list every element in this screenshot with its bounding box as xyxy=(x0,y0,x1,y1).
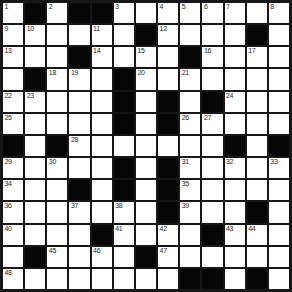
cell-r10c9[interactable]: 39 xyxy=(180,202,200,222)
cell-r6c4[interactable] xyxy=(69,114,89,134)
cell-r5c12[interactable] xyxy=(247,92,267,112)
clue-number-30: 30 xyxy=(49,158,56,167)
cell-r3c11[interactable] xyxy=(225,47,245,67)
cell-r7c10[interactable] xyxy=(202,136,222,156)
clue-number-20: 20 xyxy=(137,69,144,78)
black-cell-r13c9 xyxy=(180,269,200,289)
clue-number-9: 9 xyxy=(5,25,9,34)
cell-r3c7[interactable]: 15 xyxy=(136,47,156,67)
cell-r5c5[interactable] xyxy=(92,92,112,112)
cell-r3c13[interactable] xyxy=(269,47,289,67)
cell-r12c8[interactable]: 47 xyxy=(158,247,178,267)
clue-number-29: 29 xyxy=(5,158,12,167)
cell-r9c10[interactable] xyxy=(202,180,222,200)
cell-r12c4[interactable] xyxy=(69,247,89,267)
black-cell-r6c8 xyxy=(158,114,178,134)
cell-r13c3[interactable] xyxy=(47,269,67,289)
cell-r7c2[interactable] xyxy=(25,136,45,156)
cell-r5c11[interactable]: 24 xyxy=(225,92,245,112)
cell-r12c11[interactable] xyxy=(225,247,245,267)
cell-r3c8[interactable] xyxy=(158,47,178,67)
cell-r3c2[interactable] xyxy=(25,47,45,67)
cell-r7c4[interactable]: 28 xyxy=(69,136,89,156)
clue-number-22: 22 xyxy=(5,92,12,101)
black-cell-r8c8 xyxy=(158,158,178,178)
cell-r1c10[interactable]: 6 xyxy=(202,3,222,23)
clue-number-15: 15 xyxy=(137,47,144,56)
black-cell-r9c6 xyxy=(114,180,134,200)
black-cell-r7c13 xyxy=(269,136,289,156)
cell-r2c8[interactable]: 12 xyxy=(158,25,178,45)
clue-number-32: 32 xyxy=(226,158,233,167)
cell-r2c4[interactable] xyxy=(69,25,89,45)
black-cell-r5c10 xyxy=(202,92,222,112)
clue-number-40: 40 xyxy=(5,225,12,234)
cell-r1c1[interactable]: 1 xyxy=(3,3,23,23)
cell-r6c12[interactable] xyxy=(247,114,267,134)
clue-number-18: 18 xyxy=(49,69,56,78)
cell-r13c1[interactable]: 48 xyxy=(3,269,23,289)
cell-r11c7[interactable] xyxy=(136,225,156,245)
clue-number-26: 26 xyxy=(182,114,189,123)
cell-r11c8[interactable]: 42 xyxy=(158,225,178,245)
cell-r9c11[interactable] xyxy=(225,180,245,200)
cell-r5c2[interactable]: 23 xyxy=(25,92,45,112)
clue-number-1: 1 xyxy=(5,3,9,12)
clue-number-10: 10 xyxy=(27,25,34,34)
cell-r2c6[interactable] xyxy=(114,25,134,45)
cell-r11c1[interactable]: 40 xyxy=(3,225,23,245)
clue-number-35: 35 xyxy=(182,180,189,189)
cell-r7c7[interactable] xyxy=(136,136,156,156)
cell-r12c6[interactable] xyxy=(114,247,134,267)
cell-r6c3[interactable] xyxy=(47,114,67,134)
cell-r6c9[interactable]: 26 xyxy=(180,114,200,134)
cell-r6c7[interactable] xyxy=(136,114,156,134)
clue-number-47: 47 xyxy=(160,247,167,256)
cell-r9c1[interactable]: 34 xyxy=(3,180,23,200)
cell-r9c5[interactable] xyxy=(92,180,112,200)
black-cell-r11c5 xyxy=(92,225,112,245)
cell-r5c13[interactable] xyxy=(269,92,289,112)
cell-r9c9[interactable]: 35 xyxy=(180,180,200,200)
cell-r6c10[interactable]: 27 xyxy=(202,114,222,134)
cell-r6c1[interactable]: 25 xyxy=(3,114,23,134)
cell-r10c1[interactable]: 36 xyxy=(3,202,23,222)
clue-number-33: 33 xyxy=(270,158,277,167)
black-cell-r3c4 xyxy=(69,47,89,67)
black-cell-r12c7 xyxy=(136,247,156,267)
black-cell-r4c6 xyxy=(114,69,134,89)
cell-r4c11[interactable] xyxy=(225,69,245,89)
cell-r8c9[interactable]: 31 xyxy=(180,158,200,178)
black-cell-r8c6 xyxy=(114,158,134,178)
cell-r2c11[interactable] xyxy=(225,25,245,45)
cell-r3c1[interactable]: 13 xyxy=(3,47,23,67)
cell-r2c10[interactable] xyxy=(202,25,222,45)
cell-r7c12[interactable] xyxy=(247,136,267,156)
cell-r10c7[interactable] xyxy=(136,202,156,222)
cell-r10c6[interactable]: 38 xyxy=(114,202,134,222)
cell-r11c13[interactable] xyxy=(269,225,289,245)
cell-r11c11[interactable]: 43 xyxy=(225,225,245,245)
black-cell-r1c5 xyxy=(92,3,112,23)
cell-r3c5[interactable]: 14 xyxy=(92,47,112,67)
clue-number-25: 25 xyxy=(5,114,12,123)
clue-number-11: 11 xyxy=(93,25,100,34)
cell-r1c8[interactable]: 4 xyxy=(158,3,178,23)
clue-number-23: 23 xyxy=(27,92,34,101)
cell-r11c3[interactable] xyxy=(47,225,67,245)
clue-number-43: 43 xyxy=(226,225,233,234)
clue-number-8: 8 xyxy=(270,3,274,12)
black-cell-r13c12 xyxy=(247,269,267,289)
cell-r2c2[interactable]: 10 xyxy=(25,25,45,45)
crossword-board: 1234567891011121314151617181920212223242… xyxy=(0,0,292,292)
cell-r2c5[interactable]: 11 xyxy=(92,25,112,45)
cell-r13c4[interactable] xyxy=(69,269,89,289)
cell-r10c2[interactable] xyxy=(25,202,45,222)
cell-r4c9[interactable]: 21 xyxy=(180,69,200,89)
cell-r1c12[interactable] xyxy=(247,3,267,23)
cell-r1c3[interactable]: 2 xyxy=(47,3,67,23)
clue-number-48: 48 xyxy=(5,269,12,278)
clue-number-14: 14 xyxy=(93,47,100,56)
cell-r13c13[interactable] xyxy=(269,269,289,289)
clue-number-28: 28 xyxy=(71,136,78,145)
cell-r3c6[interactable] xyxy=(114,47,134,67)
clue-number-2: 2 xyxy=(49,3,53,12)
cell-r12c9[interactable] xyxy=(180,247,200,267)
cell-r12c1[interactable] xyxy=(3,247,23,267)
cell-r8c11[interactable]: 32 xyxy=(225,158,245,178)
cell-r6c11[interactable] xyxy=(225,114,245,134)
clue-number-42: 42 xyxy=(160,225,167,234)
cell-r11c9[interactable] xyxy=(180,225,200,245)
cell-r10c13[interactable] xyxy=(269,202,289,222)
clue-number-36: 36 xyxy=(5,202,12,211)
cell-r13c8[interactable] xyxy=(158,269,178,289)
cell-r6c2[interactable] xyxy=(25,114,45,134)
clue-number-19: 19 xyxy=(71,69,78,78)
cell-r11c2[interactable] xyxy=(25,225,45,245)
black-cell-r13c10 xyxy=(202,269,222,289)
cell-r8c4[interactable] xyxy=(69,158,89,178)
cell-r5c4[interactable] xyxy=(69,92,89,112)
black-cell-r5c8 xyxy=(158,92,178,112)
clue-number-16: 16 xyxy=(204,47,211,56)
cell-r2c3[interactable] xyxy=(47,25,67,45)
cell-r1c11[interactable]: 7 xyxy=(225,3,245,23)
cell-r9c13[interactable] xyxy=(269,180,289,200)
cell-r10c4[interactable]: 37 xyxy=(69,202,89,222)
black-cell-r11c10 xyxy=(202,225,222,245)
clue-number-41: 41 xyxy=(115,225,122,234)
clue-number-44: 44 xyxy=(248,225,255,234)
cell-r5c1[interactable]: 22 xyxy=(3,92,23,112)
clue-number-12: 12 xyxy=(160,25,167,34)
black-cell-r5c6 xyxy=(114,92,134,112)
cell-r12c10[interactable] xyxy=(202,247,222,267)
clue-number-7: 7 xyxy=(226,3,230,12)
cell-r7c9[interactable] xyxy=(180,136,200,156)
clue-number-46: 46 xyxy=(93,247,100,256)
cell-r4c12[interactable] xyxy=(247,69,267,89)
clue-number-39: 39 xyxy=(182,202,189,211)
cell-r9c12[interactable] xyxy=(247,180,267,200)
cell-r6c13[interactable] xyxy=(269,114,289,134)
cell-r8c2[interactable] xyxy=(25,158,45,178)
cell-r10c10[interactable] xyxy=(202,202,222,222)
clue-number-45: 45 xyxy=(49,247,56,256)
cell-r8c13[interactable]: 33 xyxy=(269,158,289,178)
cell-r4c10[interactable] xyxy=(202,69,222,89)
clue-number-38: 38 xyxy=(115,202,122,211)
clue-number-17: 17 xyxy=(248,47,255,56)
cell-r13c5[interactable] xyxy=(92,269,112,289)
cell-r13c2[interactable] xyxy=(25,269,45,289)
cell-r3c3[interactable] xyxy=(47,47,67,67)
black-cell-r3c9 xyxy=(180,47,200,67)
cell-r4c13[interactable] xyxy=(269,69,289,89)
cell-r5c7[interactable] xyxy=(136,92,156,112)
black-cell-r9c4 xyxy=(69,180,89,200)
clue-number-31: 31 xyxy=(182,158,189,167)
cell-r11c6[interactable]: 41 xyxy=(114,225,134,245)
clue-number-6: 6 xyxy=(204,3,208,12)
black-cell-r7c1 xyxy=(3,136,23,156)
cell-r5c9[interactable] xyxy=(180,92,200,112)
cell-r3c12[interactable]: 17 xyxy=(247,47,267,67)
clue-number-24: 24 xyxy=(226,92,233,101)
cell-r4c1[interactable] xyxy=(3,69,23,89)
cell-r2c9[interactable] xyxy=(180,25,200,45)
cell-r13c7[interactable] xyxy=(136,269,156,289)
cell-r9c2[interactable] xyxy=(25,180,45,200)
cell-r4c4[interactable]: 19 xyxy=(69,69,89,89)
black-cell-r7c11 xyxy=(225,136,245,156)
cell-r8c10[interactable] xyxy=(202,158,222,178)
cell-r10c3[interactable] xyxy=(47,202,67,222)
clue-number-37: 37 xyxy=(71,202,78,211)
cell-r6c5[interactable] xyxy=(92,114,112,134)
clue-number-27: 27 xyxy=(204,114,211,123)
black-cell-r1c2 xyxy=(25,3,45,23)
cell-r3c10[interactable]: 16 xyxy=(202,47,222,67)
black-cell-r9c8 xyxy=(158,180,178,200)
cell-r13c11[interactable] xyxy=(225,269,245,289)
cell-r10c11[interactable] xyxy=(225,202,245,222)
cell-r7c8[interactable] xyxy=(158,136,178,156)
cell-r1c9[interactable]: 5 xyxy=(180,3,200,23)
cell-r13c6[interactable] xyxy=(114,269,134,289)
cell-r4c8[interactable] xyxy=(158,69,178,89)
cell-r4c7[interactable]: 20 xyxy=(136,69,156,89)
cell-r4c5[interactable] xyxy=(92,69,112,89)
cell-r1c6[interactable]: 3 xyxy=(114,3,134,23)
cell-r8c3[interactable]: 30 xyxy=(47,158,67,178)
cell-r2c1[interactable]: 9 xyxy=(3,25,23,45)
cell-r9c7[interactable] xyxy=(136,180,156,200)
cell-r5c3[interactable] xyxy=(47,92,67,112)
cell-r8c1[interactable]: 29 xyxy=(3,158,23,178)
cell-r2c13[interactable] xyxy=(269,25,289,45)
cell-r4c3[interactable]: 18 xyxy=(47,69,67,89)
black-cell-r2c12 xyxy=(247,25,267,45)
clue-number-4: 4 xyxy=(160,3,164,12)
cell-r12c13[interactable] xyxy=(269,247,289,267)
cell-r12c12[interactable] xyxy=(247,247,267,267)
clue-number-5: 5 xyxy=(182,3,186,12)
black-cell-r12c2 xyxy=(25,247,45,267)
cell-r11c12[interactable]: 44 xyxy=(247,225,267,245)
cell-r11c4[interactable] xyxy=(69,225,89,245)
black-cell-r2c7 xyxy=(136,25,156,45)
black-cell-r1c4 xyxy=(69,3,89,23)
cell-r1c13[interactable]: 8 xyxy=(269,3,289,23)
black-cell-r7c3 xyxy=(47,136,67,156)
cell-r10c5[interactable] xyxy=(92,202,112,222)
clue-number-21: 21 xyxy=(182,69,189,78)
cell-r12c5[interactable]: 46 xyxy=(92,247,112,267)
black-cell-r10c12 xyxy=(247,202,267,222)
cell-r1c7[interactable] xyxy=(136,3,156,23)
cell-r7c5[interactable] xyxy=(92,136,112,156)
clue-number-3: 3 xyxy=(115,3,119,12)
cell-r9c3[interactable] xyxy=(47,180,67,200)
clue-number-13: 13 xyxy=(5,47,12,56)
clue-number-34: 34 xyxy=(5,180,12,189)
black-cell-r6c6 xyxy=(114,114,134,134)
cell-r8c7[interactable] xyxy=(136,158,156,178)
black-cell-r4c2 xyxy=(25,69,45,89)
cell-r8c5[interactable] xyxy=(92,158,112,178)
cell-r7c6[interactable] xyxy=(114,136,134,156)
cell-r12c3[interactable]: 45 xyxy=(47,247,67,267)
black-cell-r10c8 xyxy=(158,202,178,222)
cell-r8c12[interactable] xyxy=(247,158,267,178)
